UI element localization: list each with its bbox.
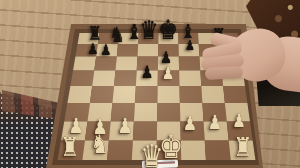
chess-video-frame: ♝♝♜♛♚♞♜♟♟♟♟♝♟♟♟♟♟♟♟♟♞♜♜♚♛ <box>0 0 300 168</box>
piece-black-pawn-b7: ♟ <box>101 42 112 57</box>
piece-white-pawn-e5: ♟ <box>162 64 175 81</box>
piece-black-pawn-d5: ♟ <box>141 63 154 80</box>
piece-black-pawn-a7: ♟ <box>88 41 99 56</box>
piece-black-knight-b8: ♞ <box>109 25 124 46</box>
piece-white-pawn-f2: ♟ <box>183 114 197 134</box>
piece-black-pawn-f7: ♟ <box>185 39 195 52</box>
piece-white-pawn-c2: ♟ <box>117 116 132 137</box>
piece-black-king-e8: ♚ <box>158 17 178 44</box>
piece-white-pawn-h2: ♟ <box>232 113 245 131</box>
piece-white-knight-b1: ♞ <box>91 132 110 158</box>
piece-white-pawn-g2: ♟ <box>208 113 222 133</box>
piece-white-rook-a1: ♜ <box>61 135 80 161</box>
piece-black-queen-d8: ♛ <box>140 18 159 44</box>
piece-white-queen-d1: ♛ <box>140 140 163 168</box>
ring-finger <box>205 66 244 80</box>
piece-white-rook-h1: ♜ <box>234 135 253 161</box>
